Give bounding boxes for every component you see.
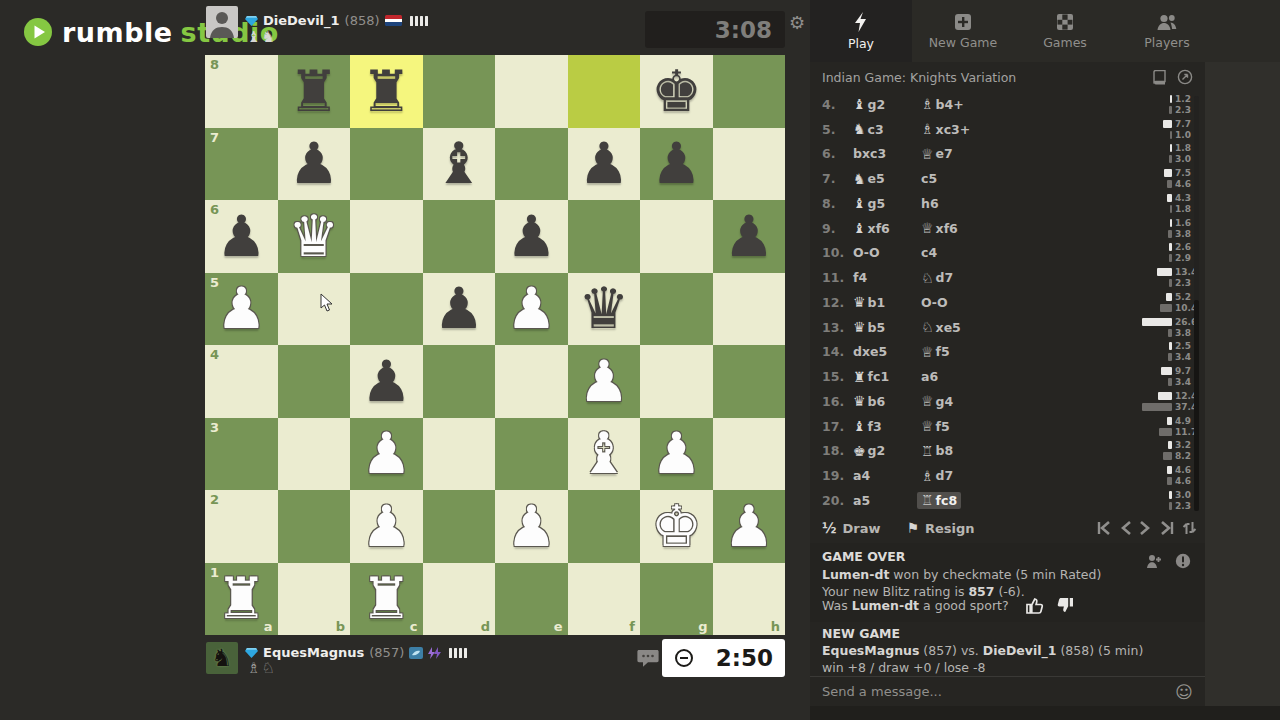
square-e2[interactable]: ♟ [495, 490, 568, 563]
lightning-icon [852, 12, 870, 32]
thumbs-up-icon[interactable] [1025, 596, 1045, 615]
move-time-bar [1170, 95, 1172, 103]
info-icon[interactable] [1175, 553, 1191, 569]
first-move-icon[interactable] [1096, 520, 1112, 536]
rank-label-6: 6 [210, 202, 219, 217]
square-h5[interactable] [713, 273, 786, 346]
square-e1[interactable]: e [495, 563, 568, 636]
move-row-15: 15.♜fc1a69.73.4 [810, 364, 1205, 389]
move-number: 20. [822, 493, 849, 508]
avatar-bottom-player[interactable]: ♞ [206, 642, 238, 674]
move-row-6: 6.bxc3♕e71.83.0 [810, 142, 1205, 167]
move-time-bar [1167, 417, 1172, 425]
tab-games-label: Games [1043, 35, 1087, 50]
square-g1[interactable]: g [640, 563, 713, 636]
move-list-scrollbar[interactable] [1194, 96, 1199, 511]
move-time-bar [1157, 268, 1172, 276]
square-b6[interactable]: ♛ [278, 200, 351, 273]
piece-icon: ♗ [921, 122, 934, 136]
square-a2[interactable]: 2 [205, 490, 278, 563]
black-move-f5[interactable]: ♕f5 [917, 418, 954, 435]
move-time-bar [1168, 329, 1172, 337]
black-move-c5[interactable]: c5 [917, 170, 941, 187]
piece-bp-a6[interactable]: ♟ [216, 208, 267, 265]
square-b7[interactable]: ♟ [278, 128, 351, 201]
half-point-icon: ½ [822, 520, 837, 536]
move-time-bar [1170, 131, 1172, 139]
move-time-bar [1168, 230, 1172, 238]
piece-bp-e6[interactable]: ♟ [506, 208, 557, 265]
file-label-g: g [698, 619, 707, 634]
next-move-icon[interactable] [1139, 520, 1152, 536]
square-h6[interactable]: ♟ [713, 200, 786, 273]
piece-wq-b6[interactable]: ♛ [288, 208, 339, 265]
black-move-xf6[interactable]: ♕xf6 [917, 220, 962, 237]
analysis-icon[interactable] [1177, 69, 1193, 85]
piece-wp-a5[interactable]: ♟ [216, 280, 267, 337]
piece-icon: ♖ [921, 444, 934, 458]
captured-pieces-bottom: ♗♘ [247, 659, 276, 677]
scrollbar-thumb[interactable] [1194, 300, 1199, 511]
emoji-icon[interactable]: ☺ [1175, 682, 1193, 702]
piece-bq-f5[interactable]: ♛ [578, 280, 629, 337]
square-a6[interactable]: 6♟ [205, 200, 278, 273]
prev-move-icon[interactable] [1119, 520, 1132, 536]
piece-bb-d7[interactable]: ♝ [433, 135, 484, 192]
move-times: 3.28.2 [1113, 440, 1205, 461]
square-c1[interactable]: c♜ [350, 563, 423, 636]
black-player-name: DieDevil_1 [983, 643, 1057, 658]
white-move-b6[interactable]: ♛b6 [849, 393, 889, 410]
clock-bottom-time: 2:50 [716, 645, 773, 671]
move-times: 4.911.7 [1113, 416, 1205, 437]
move-times: 1.63.8 [1113, 218, 1205, 239]
good-sport-question: Was Lumen-dt a good sport? [822, 598, 1009, 613]
piece-bp-f7[interactable]: ♟ [578, 135, 629, 192]
flag-icon: ⚑ [906, 520, 919, 536]
square-f5[interactable]: ♛ [568, 273, 641, 346]
square-g6[interactable] [640, 200, 713, 273]
clock-top: 3:08 [645, 11, 785, 48]
square-d6[interactable] [423, 200, 496, 273]
move-number: 14. [822, 344, 849, 359]
square-d4[interactable] [423, 345, 496, 418]
move-number: 6. [822, 146, 849, 161]
piece-icon: ♝ [853, 196, 866, 210]
square-c3[interactable]: ♟ [350, 418, 423, 491]
square-f3[interactable]: ♝ [568, 418, 641, 491]
move-times: 5.210.4 [1113, 292, 1205, 313]
black-move-e7[interactable]: ♕e7 [917, 145, 957, 162]
move-row-7: 7.♞e5c57.54.6 [810, 166, 1205, 191]
rank-label-5: 5 [210, 275, 219, 290]
piece-bp-h6[interactable]: ♟ [723, 208, 774, 265]
black-move-f5[interactable]: ♕f5 [917, 343, 954, 360]
draw-button[interactable]: ½ Draw [822, 520, 880, 536]
new-game-title: NEW GAME [822, 626, 1193, 643]
square-f1[interactable]: f [568, 563, 641, 636]
move-time-bar [1167, 477, 1172, 485]
clock-bottom: 2:50 [662, 639, 785, 677]
black-move-xe5[interactable]: ♘xe5 [917, 319, 965, 336]
square-f2[interactable] [568, 490, 641, 563]
move-row-11: 11.f4♘d713.42.3 [810, 265, 1205, 290]
black-move-xc3+[interactable]: ♗xc3+ [917, 121, 974, 138]
app-window: rumble studio DieDevil_1 (858) ♝♞ 3:08 ⚙… [0, 0, 1280, 720]
move-number: 13. [822, 320, 849, 335]
file-label-a: a [264, 619, 273, 634]
square-b8[interactable]: ♜ [278, 55, 351, 128]
square-f4[interactable]: ♟ [568, 345, 641, 418]
square-b4[interactable] [278, 345, 351, 418]
square-f8[interactable] [568, 55, 641, 128]
chess-board[interactable]: 8♜♜♚7♟♝♟♟6♟♛♟♟5♟♟♟♛4♟♟3♟♝♟2♟♟♚♟1a♜bc♜def… [205, 55, 785, 635]
move-time-bar [1159, 428, 1172, 436]
move-row-5: 5.♞c3♗xc3+7.71.0 [810, 117, 1205, 142]
move-number: 18. [822, 443, 849, 458]
tab-new-game[interactable]: New Game [912, 0, 1014, 62]
move-times: 12.437.4 [1113, 391, 1205, 412]
rumble-studio-logo: rumble studio [22, 16, 279, 48]
move-times: 4.31.8 [1113, 193, 1205, 214]
rank-label-3: 3 [210, 420, 219, 435]
bottom-player-rating: (857) [369, 645, 404, 660]
file-label-h: h [771, 619, 780, 634]
white-move-c3[interactable]: ♞c3 [849, 121, 888, 138]
piece-icon: ♛ [853, 295, 866, 309]
square-c8[interactable]: ♜ [350, 55, 423, 128]
chat-input[interactable]: Send a message... [822, 684, 1175, 699]
move-number: 8. [822, 196, 849, 211]
square-g2[interactable]: ♚ [640, 490, 713, 563]
black-move-h6[interactable]: h6 [917, 195, 943, 212]
tab-play[interactable]: Play [810, 0, 912, 62]
piece-wp-f4[interactable]: ♟ [578, 353, 629, 410]
square-b2[interactable] [278, 490, 351, 563]
flip-board-icon[interactable] [1182, 520, 1197, 536]
square-f6[interactable] [568, 200, 641, 273]
piece-icon: ♕ [921, 419, 934, 433]
move-time-bar [1170, 144, 1172, 152]
rank-label-7: 7 [210, 130, 219, 145]
captured-pieces-top: ♝♞ [247, 28, 276, 46]
move-row-10: 10.O-Oc42.62.9 [810, 241, 1205, 266]
piece-bp-c4[interactable]: ♟ [361, 353, 412, 410]
piece-icon: ♜ [853, 370, 866, 384]
move-row-9: 9.♝xf6♕xf61.63.8 [810, 216, 1205, 241]
square-a3[interactable]: 3 [205, 418, 278, 491]
piece-bp-b7[interactable]: ♟ [288, 135, 339, 192]
square-f7[interactable]: ♟ [568, 128, 641, 201]
book-icon[interactable] [1152, 70, 1167, 85]
move-time-bar [1167, 194, 1172, 202]
piece-wr-c1[interactable]: ♜ [361, 570, 412, 627]
move-times: 4.64.6 [1113, 465, 1205, 486]
piece-wb-f3[interactable]: ♝ [578, 425, 629, 482]
tab-new-game-label: New Game [929, 35, 997, 50]
tab-play-label: Play [848, 36, 874, 51]
black-move-g4[interactable]: ♕g4 [917, 393, 957, 410]
winner-name: Lumen-dt [822, 567, 889, 582]
bottom-player-name[interactable]: EquesMagnus [263, 645, 364, 660]
square-g5[interactable] [640, 273, 713, 346]
square-h4[interactable] [713, 345, 786, 418]
white-move-b1[interactable]: ♛b1 [849, 294, 889, 311]
white-move-e5[interactable]: ♞e5 [849, 170, 889, 187]
piece-icon: ♞ [853, 172, 866, 186]
last-move-icon[interactable] [1159, 520, 1175, 536]
game-controls: ½ Draw ⚑ Resign [810, 513, 1205, 543]
white-move-f4[interactable]: f4 [849, 269, 871, 286]
follow-player-icon[interactable] [1146, 554, 1162, 569]
piece-icon: ♘ [921, 320, 934, 334]
tab-players[interactable]: Players [1116, 0, 1218, 62]
move-row-18: 18.♚g2♖b83.28.2 [810, 439, 1205, 464]
square-g4[interactable] [640, 345, 713, 418]
black-move-c4[interactable]: c4 [917, 244, 941, 261]
piece-wp-e2[interactable]: ♟ [506, 498, 557, 555]
piece-icon: ♞ [853, 122, 866, 136]
move-time-bar [1163, 452, 1172, 460]
move-time-bar [1161, 367, 1172, 375]
square-h2[interactable]: ♟ [713, 490, 786, 563]
move-list: 4.♝g2♗b4+1.22.35.♞c3♗xc3+7.71.06.bxc3♕e7… [810, 92, 1205, 513]
square-b1[interactable]: b [278, 563, 351, 636]
piece-icon: ♝ [853, 419, 866, 433]
square-d2[interactable] [423, 490, 496, 563]
thumbs-down-icon[interactable] [1055, 596, 1075, 615]
square-a4[interactable]: 4 [205, 345, 278, 418]
bottom-strip [810, 706, 1280, 720]
piece-icon: ♖ [921, 493, 934, 507]
piece-icon: ♕ [921, 147, 934, 161]
black-move-b8[interactable]: ♖b8 [917, 442, 957, 459]
opening-name: Indian Game: Knights Variation [822, 70, 1016, 85]
sidebar-gutter [1205, 62, 1280, 706]
rating-stakes: win +8 / draw +0 / lose -8 [822, 660, 1193, 677]
black-move-d7[interactable]: ♗d7 [917, 467, 957, 484]
diamond-membership-icon [245, 15, 258, 27]
clock-top-time: 3:08 [715, 17, 772, 43]
square-h8[interactable] [713, 55, 786, 128]
move-times: 2.62.9 [1113, 242, 1205, 263]
square-g7[interactable]: ♟ [640, 128, 713, 201]
square-c2[interactable]: ♟ [350, 490, 423, 563]
piece-wp-c3[interactable]: ♟ [361, 425, 412, 482]
piece-wk-g2[interactable]: ♚ [651, 498, 702, 555]
white-move-O-O[interactable]: O-O [849, 244, 884, 261]
white-move-b5[interactable]: ♛b5 [849, 319, 889, 336]
plus-square-icon [954, 13, 972, 31]
move-times: 26.63.8 [1113, 317, 1205, 338]
white-move-g2[interactable]: ♝g2 [849, 96, 889, 113]
move-time-bar [1169, 155, 1172, 163]
move-times: 7.71.0 [1113, 119, 1205, 140]
square-a5[interactable]: 5♟ [205, 273, 278, 346]
square-c5[interactable] [350, 273, 423, 346]
move-time-bar [1167, 180, 1172, 188]
rank-label-1: 1 [210, 565, 219, 580]
rank-label-4: 4 [210, 347, 219, 362]
move-time-bar [1168, 353, 1172, 361]
move-time-bar [1167, 466, 1172, 474]
white-move-f3[interactable]: ♝f3 [849, 418, 886, 435]
board-grid-icon [1056, 13, 1074, 31]
square-e8[interactable] [495, 55, 568, 128]
white-player-name: EquesMagnus [822, 643, 919, 658]
piece-icon: ♝ [853, 221, 866, 235]
bottom-player-row: EquesMagnus (857) [245, 645, 467, 660]
piece-wr-a1[interactable]: ♜ [216, 570, 267, 627]
move-time-bar [1170, 219, 1172, 227]
move-number: 9. [822, 221, 849, 236]
piece-icon: ♛ [853, 394, 866, 408]
chat-bubble-icon[interactable] [637, 649, 659, 668]
piece-icon: ♗ [921, 97, 934, 111]
rank-label-2: 2 [210, 492, 219, 507]
new-game-panel: NEW GAME EquesMagnus (857) vs. DieDevil_… [810, 622, 1205, 681]
sidebar-tabbar: Play New Game Games Players [810, 0, 1280, 62]
white-move-a4[interactable]: a4 [849, 467, 874, 484]
black-move-a6[interactable]: a6 [917, 368, 942, 385]
gear-icon[interactable]: ⚙ [789, 12, 805, 33]
piece-icon: ♕ [921, 221, 934, 235]
black-move-b4+[interactable]: ♗b4+ [917, 96, 968, 113]
square-e7[interactable] [495, 128, 568, 201]
piece-icon: ♗ [921, 469, 934, 483]
move-row-12: 12.♛b1O-O5.210.4 [810, 290, 1205, 315]
file-label-d: d [481, 619, 490, 634]
connection-bars-icon [449, 648, 467, 658]
good-sport-row: Was Lumen-dt a good sport? [822, 596, 1075, 615]
play-button-icon [22, 16, 54, 48]
piece-wp-c2[interactable]: ♟ [361, 498, 412, 555]
move-time-bar [1169, 502, 1172, 510]
piece-icon: ♚ [853, 444, 866, 458]
connection-bars-icon [410, 16, 428, 26]
avatar-top-player[interactable] [206, 6, 238, 38]
file-label-b: b [336, 619, 345, 634]
move-row-20: 20.a5♖fc83.02.3 [810, 488, 1205, 513]
move-number: 15. [822, 369, 849, 384]
white-move-g5[interactable]: ♝g5 [849, 195, 889, 212]
move-time-bar [1142, 318, 1172, 326]
file-label-e: e [554, 619, 563, 634]
clock-running-icon [674, 648, 694, 668]
move-time-bar [1142, 403, 1172, 411]
square-g3[interactable]: ♟ [640, 418, 713, 491]
move-number: 10. [822, 245, 849, 260]
move-time-bar [1169, 491, 1172, 499]
piece-wp-g3[interactable]: ♟ [651, 425, 702, 482]
white-move-fc1[interactable]: ♜fc1 [849, 368, 893, 385]
resign-label: Resign [925, 521, 975, 536]
black-move-d7[interactable]: ♘d7 [917, 269, 957, 286]
move-times: 1.22.3 [1113, 94, 1205, 115]
piece-br-c8[interactable]: ♜ [361, 63, 412, 120]
square-e5[interactable]: ♟ [495, 273, 568, 346]
move-number: 5. [822, 122, 849, 137]
resign-button[interactable]: ⚑ Resign [906, 520, 974, 536]
white-move-dxe5[interactable]: dxe5 [849, 343, 891, 360]
move-number: 4. [822, 97, 849, 112]
square-b3[interactable] [278, 418, 351, 491]
square-b5[interactable] [278, 273, 351, 346]
square-d1[interactable]: d [423, 563, 496, 636]
file-label-f: f [629, 619, 635, 634]
square-d8[interactable] [423, 55, 496, 128]
piece-wp-e5[interactable]: ♟ [506, 280, 557, 337]
square-h7[interactable] [713, 128, 786, 201]
move-times: 3.02.3 [1113, 490, 1205, 511]
piece-bp-d5[interactable]: ♟ [433, 280, 484, 337]
square-g8[interactable]: ♚ [640, 55, 713, 128]
black-move-fc8[interactable]: ♖fc8 [917, 492, 961, 509]
move-times: 13.42.3 [1113, 267, 1205, 288]
move-time-bar [1163, 120, 1172, 128]
piece-icon: ♘ [921, 271, 934, 285]
top-player-row: DieDevil_1 (858) [245, 13, 428, 28]
square-e4[interactable] [495, 345, 568, 418]
piece-icon: ♝ [853, 97, 866, 111]
square-a1[interactable]: 1a♜ [205, 563, 278, 636]
white-move-g2[interactable]: ♚g2 [849, 442, 889, 459]
brand-primary: rumble [62, 17, 173, 48]
top-player-name[interactable]: DieDevil_1 [263, 13, 340, 28]
white-move-xf6[interactable]: ♝xf6 [849, 220, 894, 237]
white-move-a5[interactable]: a5 [849, 492, 874, 509]
tab-players-label: Players [1144, 35, 1189, 50]
square-d3[interactable] [423, 418, 496, 491]
move-time-bar [1166, 293, 1172, 301]
square-h1[interactable]: h [713, 563, 786, 636]
piece-bp-g7[interactable]: ♟ [651, 135, 702, 192]
square-d5[interactable]: ♟ [423, 273, 496, 346]
square-a8[interactable]: 8 [205, 55, 278, 128]
chat-input-row: Send a message... ☺ [810, 677, 1205, 706]
draw-label: Draw [843, 521, 881, 536]
white-move-bxc3[interactable]: bxc3 [849, 145, 890, 162]
tab-games[interactable]: Games [1014, 0, 1116, 62]
piece-wp-h2[interactable]: ♟ [723, 498, 774, 555]
diamond-membership-icon [245, 647, 258, 659]
move-times: 2.53.4 [1113, 341, 1205, 362]
square-c7[interactable] [350, 128, 423, 201]
move-time-bar [1169, 243, 1172, 251]
square-h3[interactable] [713, 418, 786, 491]
move-row-14: 14.dxe5♕f52.53.4 [810, 340, 1205, 365]
square-a7[interactable]: 7 [205, 128, 278, 201]
move-time-bar [1160, 304, 1172, 312]
square-c6[interactable] [350, 200, 423, 273]
black-move-O-O[interactable]: O-O [917, 294, 952, 311]
move-time-bar [1169, 342, 1172, 350]
square-e6[interactable]: ♟ [495, 200, 568, 273]
square-d7[interactable]: ♝ [423, 128, 496, 201]
piece-bk-g8[interactable]: ♚ [651, 63, 702, 120]
flair-icon [409, 647, 423, 659]
move-time-bar [1170, 205, 1172, 213]
move-number: 11. [822, 270, 849, 285]
piece-br-b8[interactable]: ♜ [288, 63, 339, 120]
square-e3[interactable] [495, 418, 568, 491]
piece-icon: ♕ [921, 394, 934, 408]
move-times: 7.54.6 [1113, 168, 1205, 189]
move-time-bar [1158, 392, 1172, 400]
square-c4[interactable]: ♟ [350, 345, 423, 418]
move-row-17: 17.♝f3♕f54.911.7 [810, 414, 1205, 439]
rank-label-8: 8 [210, 57, 219, 72]
